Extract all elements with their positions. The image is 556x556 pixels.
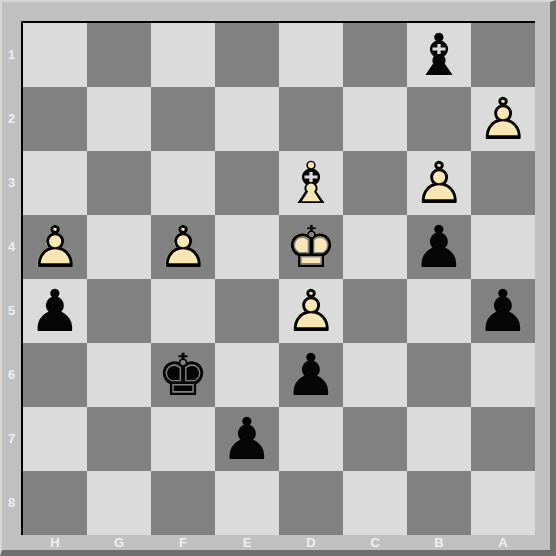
- square-f8[interactable]: [151, 471, 215, 535]
- rank-label-3: 3: [2, 151, 21, 215]
- rank-label-8: 8: [2, 471, 21, 535]
- rank-label-1: 1: [2, 23, 21, 87]
- square-f7[interactable]: [151, 407, 215, 471]
- square-e4[interactable]: [215, 215, 279, 279]
- square-c4[interactable]: [343, 215, 407, 279]
- square-c6[interactable]: [343, 343, 407, 407]
- square-f4[interactable]: ♟♙: [151, 215, 215, 279]
- square-e5[interactable]: [215, 279, 279, 343]
- square-f6[interactable]: ♚: [151, 343, 215, 407]
- white-pawn: ♟♙: [413, 151, 465, 215]
- white-king-outline: ♔: [285, 215, 337, 279]
- square-g7[interactable]: [87, 407, 151, 471]
- square-h6[interactable]: [23, 343, 87, 407]
- square-c7[interactable]: [343, 407, 407, 471]
- square-e3[interactable]: [215, 151, 279, 215]
- square-c2[interactable]: [343, 87, 407, 151]
- chess-board: ♝♟♙♝♗♟♙♟♙♟♙♚♔♟♟♟♙♟♚♟♟: [21, 21, 535, 535]
- square-d7[interactable]: [279, 407, 343, 471]
- square-a3[interactable]: [471, 151, 535, 215]
- square-d8[interactable]: [279, 471, 343, 535]
- square-c5[interactable]: [343, 279, 407, 343]
- black-king: ♚: [157, 343, 209, 407]
- white-pawn-outline: ♙: [29, 215, 81, 279]
- square-b7[interactable]: [407, 407, 471, 471]
- square-g5[interactable]: [87, 279, 151, 343]
- file-label-d: D: [279, 535, 343, 552]
- black-bishop: ♝: [413, 23, 465, 87]
- square-b8[interactable]: [407, 471, 471, 535]
- white-pawn: ♟♙: [477, 87, 529, 151]
- square-b2[interactable]: [407, 87, 471, 151]
- square-d2[interactable]: [279, 87, 343, 151]
- square-b6[interactable]: [407, 343, 471, 407]
- black-pawn: ♟: [285, 343, 337, 407]
- black-pawn-glyph: ♟: [285, 341, 337, 409]
- square-h8[interactable]: [23, 471, 87, 535]
- white-king: ♚♔: [285, 215, 337, 279]
- square-g8[interactable]: [87, 471, 151, 535]
- square-b5[interactable]: [407, 279, 471, 343]
- white-pawn-outline: ♙: [477, 87, 529, 151]
- rank-label-2: 2: [2, 87, 21, 151]
- white-bishop-outline: ♗: [285, 151, 337, 215]
- square-a1[interactable]: [471, 23, 535, 87]
- black-pawn: ♟: [477, 279, 529, 343]
- square-h4[interactable]: ♟♙: [23, 215, 87, 279]
- rank-label-6: 6: [2, 343, 21, 407]
- square-d3[interactable]: ♝♗: [279, 151, 343, 215]
- square-f2[interactable]: [151, 87, 215, 151]
- square-h2[interactable]: [23, 87, 87, 151]
- square-e2[interactable]: [215, 87, 279, 151]
- file-label-f: F: [151, 535, 215, 552]
- square-d6[interactable]: ♟: [279, 343, 343, 407]
- square-c1[interactable]: [343, 23, 407, 87]
- square-h5[interactable]: ♟: [23, 279, 87, 343]
- file-label-c: C: [343, 535, 407, 552]
- white-pawn-outline: ♙: [285, 279, 337, 343]
- square-e8[interactable]: [215, 471, 279, 535]
- board-frame: 12345678 ♝♟♙♝♗♟♙♟♙♟♙♚♔♟♟♟♙♟♚♟♟ HGFEDCBA: [0, 0, 556, 556]
- square-b3[interactable]: ♟♙: [407, 151, 471, 215]
- square-f1[interactable]: [151, 23, 215, 87]
- white-pawn: ♟♙: [157, 215, 209, 279]
- square-a8[interactable]: [471, 471, 535, 535]
- square-g6[interactable]: [87, 343, 151, 407]
- black-pawn-glyph: ♟: [477, 277, 529, 345]
- square-b4[interactable]: ♟: [407, 215, 471, 279]
- black-pawn: ♟: [413, 215, 465, 279]
- rank-label-4: 4: [2, 215, 21, 279]
- square-e1[interactable]: [215, 23, 279, 87]
- white-pawn: ♟♙: [29, 215, 81, 279]
- black-pawn-glyph: ♟: [413, 213, 465, 281]
- black-pawn: ♟: [221, 407, 273, 471]
- square-c8[interactable]: [343, 471, 407, 535]
- file-label-e: E: [215, 535, 279, 552]
- black-pawn: ♟: [29, 279, 81, 343]
- rank-labels: 12345678: [2, 23, 21, 535]
- square-d1[interactable]: [279, 23, 343, 87]
- square-h7[interactable]: [23, 407, 87, 471]
- black-pawn-glyph: ♟: [29, 277, 81, 345]
- square-g2[interactable]: [87, 87, 151, 151]
- rank-label-7: 7: [2, 407, 21, 471]
- file-label-a: A: [471, 535, 535, 552]
- square-f5[interactable]: [151, 279, 215, 343]
- square-b1[interactable]: ♝: [407, 23, 471, 87]
- white-bishop: ♝♗: [285, 151, 337, 215]
- square-a2[interactable]: ♟♙: [471, 87, 535, 151]
- square-f3[interactable]: [151, 151, 215, 215]
- square-a7[interactable]: [471, 407, 535, 471]
- square-h1[interactable]: [23, 23, 87, 87]
- square-d5[interactable]: ♟♙: [279, 279, 343, 343]
- black-bishop-glyph: ♝: [413, 21, 465, 89]
- black-king-glyph: ♚: [157, 341, 209, 409]
- square-d4[interactable]: ♚♔: [279, 215, 343, 279]
- white-pawn-outline: ♙: [413, 151, 465, 215]
- square-e7[interactable]: ♟: [215, 407, 279, 471]
- file-label-g: G: [87, 535, 151, 552]
- black-pawn-glyph: ♟: [221, 405, 273, 473]
- square-g3[interactable]: [87, 151, 151, 215]
- file-label-b: B: [407, 535, 471, 552]
- white-pawn-outline: ♙: [157, 215, 209, 279]
- square-c3[interactable]: [343, 151, 407, 215]
- square-h3[interactable]: [23, 151, 87, 215]
- square-a5[interactable]: ♟: [471, 279, 535, 343]
- square-a4[interactable]: [471, 215, 535, 279]
- square-a6[interactable]: [471, 343, 535, 407]
- square-g1[interactable]: [87, 23, 151, 87]
- file-label-h: H: [23, 535, 87, 552]
- square-g4[interactable]: [87, 215, 151, 279]
- square-e6[interactable]: [215, 343, 279, 407]
- rank-label-5: 5: [2, 279, 21, 343]
- file-labels: HGFEDCBA: [23, 535, 535, 552]
- white-pawn: ♟♙: [285, 279, 337, 343]
